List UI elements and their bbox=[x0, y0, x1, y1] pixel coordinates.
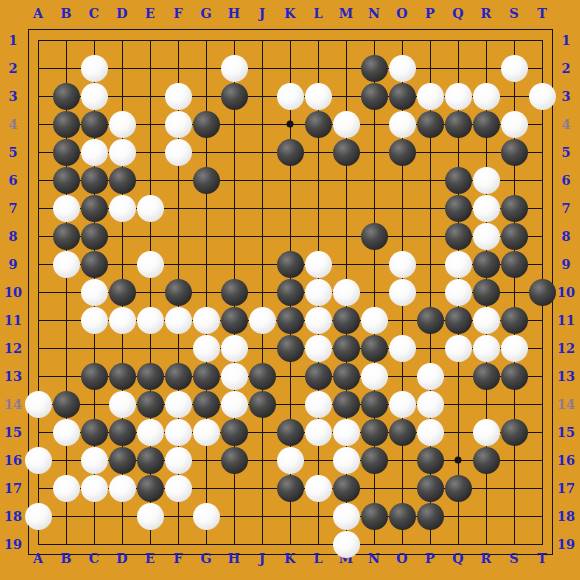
intersection-S3[interactable] bbox=[500, 82, 528, 110]
intersection-H18[interactable] bbox=[220, 502, 248, 530]
intersection-G10[interactable] bbox=[192, 278, 220, 306]
intersection-M12[interactable] bbox=[332, 334, 360, 362]
intersection-O13[interactable] bbox=[388, 362, 416, 390]
intersection-F8[interactable] bbox=[164, 222, 192, 250]
intersection-L15[interactable] bbox=[304, 418, 332, 446]
intersection-S2[interactable] bbox=[500, 54, 528, 82]
intersection-M13[interactable] bbox=[332, 362, 360, 390]
intersection-A13[interactable] bbox=[24, 362, 52, 390]
intersection-E7[interactable] bbox=[136, 194, 164, 222]
intersection-F11[interactable] bbox=[164, 306, 192, 334]
intersection-H4[interactable] bbox=[220, 110, 248, 138]
intersection-T14[interactable] bbox=[528, 390, 556, 418]
intersection-E13[interactable] bbox=[136, 362, 164, 390]
intersection-F14[interactable] bbox=[164, 390, 192, 418]
intersection-C16[interactable] bbox=[80, 446, 108, 474]
intersection-F10[interactable] bbox=[164, 278, 192, 306]
intersection-K2[interactable] bbox=[276, 54, 304, 82]
intersection-A5[interactable] bbox=[24, 138, 52, 166]
intersection-P10[interactable] bbox=[416, 278, 444, 306]
intersection-H16[interactable] bbox=[220, 446, 248, 474]
intersection-S12[interactable] bbox=[500, 334, 528, 362]
intersection-A2[interactable] bbox=[24, 54, 52, 82]
intersection-B8[interactable] bbox=[52, 222, 80, 250]
intersection-Q7[interactable] bbox=[444, 194, 472, 222]
intersection-H1[interactable] bbox=[220, 26, 248, 54]
intersection-P1[interactable] bbox=[416, 26, 444, 54]
intersection-P18[interactable] bbox=[416, 502, 444, 530]
intersection-L2[interactable] bbox=[304, 54, 332, 82]
intersection-M6[interactable] bbox=[332, 166, 360, 194]
intersection-K8[interactable] bbox=[276, 222, 304, 250]
intersection-A7[interactable] bbox=[24, 194, 52, 222]
intersection-N14[interactable] bbox=[360, 390, 388, 418]
intersection-O15[interactable] bbox=[388, 418, 416, 446]
intersection-S8[interactable] bbox=[500, 222, 528, 250]
intersection-C11[interactable] bbox=[80, 306, 108, 334]
intersection-G12[interactable] bbox=[192, 334, 220, 362]
intersection-Q14[interactable] bbox=[444, 390, 472, 418]
intersection-D5[interactable] bbox=[108, 138, 136, 166]
intersection-Q6[interactable] bbox=[444, 166, 472, 194]
intersection-M2[interactable] bbox=[332, 54, 360, 82]
intersection-J14[interactable] bbox=[248, 390, 276, 418]
intersection-B10[interactable] bbox=[52, 278, 80, 306]
intersection-H14[interactable] bbox=[220, 390, 248, 418]
intersection-P14[interactable] bbox=[416, 390, 444, 418]
intersection-P12[interactable] bbox=[416, 334, 444, 362]
intersection-C12[interactable] bbox=[80, 334, 108, 362]
intersection-R14[interactable] bbox=[472, 390, 500, 418]
intersection-J3[interactable] bbox=[248, 82, 276, 110]
intersection-K9[interactable] bbox=[276, 250, 304, 278]
intersection-L9[interactable] bbox=[304, 250, 332, 278]
intersection-J18[interactable] bbox=[248, 502, 276, 530]
intersection-K19[interactable] bbox=[276, 530, 304, 558]
intersection-L10[interactable] bbox=[304, 278, 332, 306]
intersection-R1[interactable] bbox=[472, 26, 500, 54]
intersection-T10[interactable] bbox=[528, 278, 556, 306]
intersection-M15[interactable] bbox=[332, 418, 360, 446]
intersection-K17[interactable] bbox=[276, 474, 304, 502]
intersection-E12[interactable] bbox=[136, 334, 164, 362]
intersection-M18[interactable] bbox=[332, 502, 360, 530]
intersection-P15[interactable] bbox=[416, 418, 444, 446]
intersection-O3[interactable] bbox=[388, 82, 416, 110]
intersection-R16[interactable] bbox=[472, 446, 500, 474]
intersection-C9[interactable] bbox=[80, 250, 108, 278]
intersection-P16[interactable] bbox=[416, 446, 444, 474]
intersection-C5[interactable] bbox=[80, 138, 108, 166]
intersection-J9[interactable] bbox=[248, 250, 276, 278]
intersection-S7[interactable] bbox=[500, 194, 528, 222]
intersection-A10[interactable] bbox=[24, 278, 52, 306]
intersection-H19[interactable] bbox=[220, 530, 248, 558]
intersection-J16[interactable] bbox=[248, 446, 276, 474]
intersection-Q5[interactable] bbox=[444, 138, 472, 166]
intersection-O18[interactable] bbox=[388, 502, 416, 530]
intersection-J5[interactable] bbox=[248, 138, 276, 166]
intersection-F1[interactable] bbox=[164, 26, 192, 54]
intersection-H17[interactable] bbox=[220, 474, 248, 502]
intersection-F7[interactable] bbox=[164, 194, 192, 222]
intersection-P13[interactable] bbox=[416, 362, 444, 390]
intersection-P11[interactable] bbox=[416, 306, 444, 334]
intersection-S4[interactable] bbox=[500, 110, 528, 138]
intersection-Q1[interactable] bbox=[444, 26, 472, 54]
intersection-H8[interactable] bbox=[220, 222, 248, 250]
intersection-B13[interactable] bbox=[52, 362, 80, 390]
intersection-R5[interactable] bbox=[472, 138, 500, 166]
intersection-T19[interactable] bbox=[528, 530, 556, 558]
intersection-Q16[interactable] bbox=[444, 446, 472, 474]
intersection-B3[interactable] bbox=[52, 82, 80, 110]
intersection-N4[interactable] bbox=[360, 110, 388, 138]
intersection-D14[interactable] bbox=[108, 390, 136, 418]
intersection-L4[interactable] bbox=[304, 110, 332, 138]
intersection-G15[interactable] bbox=[192, 418, 220, 446]
intersection-L6[interactable] bbox=[304, 166, 332, 194]
intersection-S11[interactable] bbox=[500, 306, 528, 334]
intersection-H9[interactable] bbox=[220, 250, 248, 278]
intersection-C8[interactable] bbox=[80, 222, 108, 250]
intersection-A15[interactable] bbox=[24, 418, 52, 446]
intersection-B2[interactable] bbox=[52, 54, 80, 82]
intersection-M8[interactable] bbox=[332, 222, 360, 250]
intersection-B17[interactable] bbox=[52, 474, 80, 502]
intersection-T4[interactable] bbox=[528, 110, 556, 138]
intersection-C17[interactable] bbox=[80, 474, 108, 502]
intersection-N6[interactable] bbox=[360, 166, 388, 194]
intersection-S17[interactable] bbox=[500, 474, 528, 502]
intersection-Q18[interactable] bbox=[444, 502, 472, 530]
intersection-P9[interactable] bbox=[416, 250, 444, 278]
intersection-Q15[interactable] bbox=[444, 418, 472, 446]
intersection-D1[interactable] bbox=[108, 26, 136, 54]
intersection-E18[interactable] bbox=[136, 502, 164, 530]
intersection-K3[interactable] bbox=[276, 82, 304, 110]
intersection-N8[interactable] bbox=[360, 222, 388, 250]
intersection-G19[interactable] bbox=[192, 530, 220, 558]
intersection-G18[interactable] bbox=[192, 502, 220, 530]
intersection-O4[interactable] bbox=[388, 110, 416, 138]
intersection-J12[interactable] bbox=[248, 334, 276, 362]
intersection-P3[interactable] bbox=[416, 82, 444, 110]
intersection-N18[interactable] bbox=[360, 502, 388, 530]
intersection-A19[interactable] bbox=[24, 530, 52, 558]
intersection-J13[interactable] bbox=[248, 362, 276, 390]
intersection-T7[interactable] bbox=[528, 194, 556, 222]
intersection-H5[interactable] bbox=[220, 138, 248, 166]
intersection-C3[interactable] bbox=[80, 82, 108, 110]
intersection-K5[interactable] bbox=[276, 138, 304, 166]
intersection-A6[interactable] bbox=[24, 166, 52, 194]
intersection-M4[interactable] bbox=[332, 110, 360, 138]
intersection-F3[interactable] bbox=[164, 82, 192, 110]
intersection-B12[interactable] bbox=[52, 334, 80, 362]
intersection-A1[interactable] bbox=[24, 26, 52, 54]
intersection-S1[interactable] bbox=[500, 26, 528, 54]
intersection-J11[interactable] bbox=[248, 306, 276, 334]
intersection-L5[interactable] bbox=[304, 138, 332, 166]
intersection-K18[interactable] bbox=[276, 502, 304, 530]
intersection-A9[interactable] bbox=[24, 250, 52, 278]
intersection-E14[interactable] bbox=[136, 390, 164, 418]
intersection-C15[interactable] bbox=[80, 418, 108, 446]
intersection-O19[interactable] bbox=[388, 530, 416, 558]
intersection-S9[interactable] bbox=[500, 250, 528, 278]
intersection-M10[interactable] bbox=[332, 278, 360, 306]
intersection-G2[interactable] bbox=[192, 54, 220, 82]
intersection-O6[interactable] bbox=[388, 166, 416, 194]
intersection-C6[interactable] bbox=[80, 166, 108, 194]
intersection-A4[interactable] bbox=[24, 110, 52, 138]
intersection-J2[interactable] bbox=[248, 54, 276, 82]
intersection-E1[interactable] bbox=[136, 26, 164, 54]
intersection-D18[interactable] bbox=[108, 502, 136, 530]
intersection-G13[interactable] bbox=[192, 362, 220, 390]
intersection-H12[interactable] bbox=[220, 334, 248, 362]
intersection-L8[interactable] bbox=[304, 222, 332, 250]
intersection-N2[interactable] bbox=[360, 54, 388, 82]
intersection-L19[interactable] bbox=[304, 530, 332, 558]
intersection-D19[interactable] bbox=[108, 530, 136, 558]
intersection-R13[interactable] bbox=[472, 362, 500, 390]
intersection-R15[interactable] bbox=[472, 418, 500, 446]
intersection-G17[interactable] bbox=[192, 474, 220, 502]
intersection-F9[interactable] bbox=[164, 250, 192, 278]
intersection-E4[interactable] bbox=[136, 110, 164, 138]
intersection-J6[interactable] bbox=[248, 166, 276, 194]
intersection-M19[interactable] bbox=[332, 530, 360, 558]
intersection-E11[interactable] bbox=[136, 306, 164, 334]
intersection-C2[interactable] bbox=[80, 54, 108, 82]
intersection-M16[interactable] bbox=[332, 446, 360, 474]
intersection-C19[interactable] bbox=[80, 530, 108, 558]
intersection-T15[interactable] bbox=[528, 418, 556, 446]
intersection-B18[interactable] bbox=[52, 502, 80, 530]
intersection-H15[interactable] bbox=[220, 418, 248, 446]
intersection-F2[interactable] bbox=[164, 54, 192, 82]
intersection-D10[interactable] bbox=[108, 278, 136, 306]
intersection-N15[interactable] bbox=[360, 418, 388, 446]
intersection-Q9[interactable] bbox=[444, 250, 472, 278]
intersection-H7[interactable] bbox=[220, 194, 248, 222]
intersection-R8[interactable] bbox=[472, 222, 500, 250]
intersection-L16[interactable] bbox=[304, 446, 332, 474]
intersection-J17[interactable] bbox=[248, 474, 276, 502]
intersection-J1[interactable] bbox=[248, 26, 276, 54]
intersection-S15[interactable] bbox=[500, 418, 528, 446]
intersection-T9[interactable] bbox=[528, 250, 556, 278]
intersection-C1[interactable] bbox=[80, 26, 108, 54]
intersection-L7[interactable] bbox=[304, 194, 332, 222]
intersection-M17[interactable] bbox=[332, 474, 360, 502]
intersection-A11[interactable] bbox=[24, 306, 52, 334]
intersection-D9[interactable] bbox=[108, 250, 136, 278]
intersection-C4[interactable] bbox=[80, 110, 108, 138]
intersection-F16[interactable] bbox=[164, 446, 192, 474]
intersection-L17[interactable] bbox=[304, 474, 332, 502]
intersection-T8[interactable] bbox=[528, 222, 556, 250]
intersection-F17[interactable] bbox=[164, 474, 192, 502]
intersection-S18[interactable] bbox=[500, 502, 528, 530]
intersection-M5[interactable] bbox=[332, 138, 360, 166]
intersection-R2[interactable] bbox=[472, 54, 500, 82]
intersection-G6[interactable] bbox=[192, 166, 220, 194]
intersection-T12[interactable] bbox=[528, 334, 556, 362]
intersection-E16[interactable] bbox=[136, 446, 164, 474]
intersection-O8[interactable] bbox=[388, 222, 416, 250]
intersection-P17[interactable] bbox=[416, 474, 444, 502]
intersection-Q8[interactable] bbox=[444, 222, 472, 250]
intersection-J19[interactable] bbox=[248, 530, 276, 558]
intersection-R17[interactable] bbox=[472, 474, 500, 502]
intersection-R7[interactable] bbox=[472, 194, 500, 222]
intersection-B1[interactable] bbox=[52, 26, 80, 54]
intersection-T13[interactable] bbox=[528, 362, 556, 390]
intersection-S14[interactable] bbox=[500, 390, 528, 418]
intersection-E9[interactable] bbox=[136, 250, 164, 278]
intersection-B7[interactable] bbox=[52, 194, 80, 222]
intersection-C10[interactable] bbox=[80, 278, 108, 306]
intersection-T11[interactable] bbox=[528, 306, 556, 334]
intersection-L3[interactable] bbox=[304, 82, 332, 110]
intersection-R19[interactable] bbox=[472, 530, 500, 558]
intersection-S16[interactable] bbox=[500, 446, 528, 474]
intersection-F4[interactable] bbox=[164, 110, 192, 138]
intersection-G16[interactable] bbox=[192, 446, 220, 474]
intersection-J10[interactable] bbox=[248, 278, 276, 306]
intersection-O10[interactable] bbox=[388, 278, 416, 306]
intersection-M7[interactable] bbox=[332, 194, 360, 222]
intersection-B16[interactable] bbox=[52, 446, 80, 474]
intersection-S13[interactable] bbox=[500, 362, 528, 390]
intersection-B14[interactable] bbox=[52, 390, 80, 418]
intersection-Q12[interactable] bbox=[444, 334, 472, 362]
intersection-K7[interactable] bbox=[276, 194, 304, 222]
intersection-T1[interactable] bbox=[528, 26, 556, 54]
intersection-E15[interactable] bbox=[136, 418, 164, 446]
intersection-T5[interactable] bbox=[528, 138, 556, 166]
intersection-R12[interactable] bbox=[472, 334, 500, 362]
intersection-N11[interactable] bbox=[360, 306, 388, 334]
intersection-T3[interactable] bbox=[528, 82, 556, 110]
intersection-K4[interactable] bbox=[276, 110, 304, 138]
intersection-A8[interactable] bbox=[24, 222, 52, 250]
intersection-K11[interactable] bbox=[276, 306, 304, 334]
intersection-R4[interactable] bbox=[472, 110, 500, 138]
intersection-K13[interactable] bbox=[276, 362, 304, 390]
intersection-H6[interactable] bbox=[220, 166, 248, 194]
intersection-R3[interactable] bbox=[472, 82, 500, 110]
intersection-N19[interactable] bbox=[360, 530, 388, 558]
intersection-D2[interactable] bbox=[108, 54, 136, 82]
intersection-G11[interactable] bbox=[192, 306, 220, 334]
intersection-Q13[interactable] bbox=[444, 362, 472, 390]
intersection-K16[interactable] bbox=[276, 446, 304, 474]
intersection-H2[interactable] bbox=[220, 54, 248, 82]
intersection-Q10[interactable] bbox=[444, 278, 472, 306]
intersection-K6[interactable] bbox=[276, 166, 304, 194]
intersection-Q19[interactable] bbox=[444, 530, 472, 558]
intersection-E5[interactable] bbox=[136, 138, 164, 166]
intersection-O5[interactable] bbox=[388, 138, 416, 166]
intersection-P5[interactable] bbox=[416, 138, 444, 166]
intersection-O1[interactable] bbox=[388, 26, 416, 54]
intersection-P7[interactable] bbox=[416, 194, 444, 222]
intersection-C13[interactable] bbox=[80, 362, 108, 390]
intersection-D12[interactable] bbox=[108, 334, 136, 362]
intersection-E3[interactable] bbox=[136, 82, 164, 110]
intersection-P2[interactable] bbox=[416, 54, 444, 82]
intersection-C18[interactable] bbox=[80, 502, 108, 530]
intersection-K12[interactable] bbox=[276, 334, 304, 362]
intersection-D13[interactable] bbox=[108, 362, 136, 390]
intersection-T16[interactable] bbox=[528, 446, 556, 474]
intersection-N12[interactable] bbox=[360, 334, 388, 362]
intersection-G9[interactable] bbox=[192, 250, 220, 278]
intersection-D6[interactable] bbox=[108, 166, 136, 194]
intersection-R11[interactable] bbox=[472, 306, 500, 334]
intersection-A3[interactable] bbox=[24, 82, 52, 110]
intersection-J8[interactable] bbox=[248, 222, 276, 250]
intersection-F19[interactable] bbox=[164, 530, 192, 558]
intersection-A18[interactable] bbox=[24, 502, 52, 530]
intersection-T18[interactable] bbox=[528, 502, 556, 530]
intersection-M3[interactable] bbox=[332, 82, 360, 110]
intersection-B15[interactable] bbox=[52, 418, 80, 446]
intersection-Q4[interactable] bbox=[444, 110, 472, 138]
intersection-P4[interactable] bbox=[416, 110, 444, 138]
intersection-O16[interactable] bbox=[388, 446, 416, 474]
intersection-A17[interactable] bbox=[24, 474, 52, 502]
intersection-D11[interactable] bbox=[108, 306, 136, 334]
intersection-P6[interactable] bbox=[416, 166, 444, 194]
intersection-R6[interactable] bbox=[472, 166, 500, 194]
intersection-R18[interactable] bbox=[472, 502, 500, 530]
intersection-G7[interactable] bbox=[192, 194, 220, 222]
intersection-D3[interactable] bbox=[108, 82, 136, 110]
intersection-Q17[interactable] bbox=[444, 474, 472, 502]
intersection-T17[interactable] bbox=[528, 474, 556, 502]
intersection-E6[interactable] bbox=[136, 166, 164, 194]
intersection-M11[interactable] bbox=[332, 306, 360, 334]
intersection-E17[interactable] bbox=[136, 474, 164, 502]
intersection-T6[interactable] bbox=[528, 166, 556, 194]
intersection-H10[interactable] bbox=[220, 278, 248, 306]
intersection-P8[interactable] bbox=[416, 222, 444, 250]
intersection-E10[interactable] bbox=[136, 278, 164, 306]
intersection-G14[interactable] bbox=[192, 390, 220, 418]
intersection-G8[interactable] bbox=[192, 222, 220, 250]
intersection-E2[interactable] bbox=[136, 54, 164, 82]
intersection-G1[interactable] bbox=[192, 26, 220, 54]
intersection-K1[interactable] bbox=[276, 26, 304, 54]
intersection-O17[interactable] bbox=[388, 474, 416, 502]
intersection-L1[interactable] bbox=[304, 26, 332, 54]
intersection-B9[interactable] bbox=[52, 250, 80, 278]
intersection-F6[interactable] bbox=[164, 166, 192, 194]
intersection-G4[interactable] bbox=[192, 110, 220, 138]
intersection-F5[interactable] bbox=[164, 138, 192, 166]
intersection-H3[interactable] bbox=[220, 82, 248, 110]
intersection-O14[interactable] bbox=[388, 390, 416, 418]
intersection-D15[interactable] bbox=[108, 418, 136, 446]
intersection-C14[interactable] bbox=[80, 390, 108, 418]
intersection-Q3[interactable] bbox=[444, 82, 472, 110]
intersection-O9[interactable] bbox=[388, 250, 416, 278]
